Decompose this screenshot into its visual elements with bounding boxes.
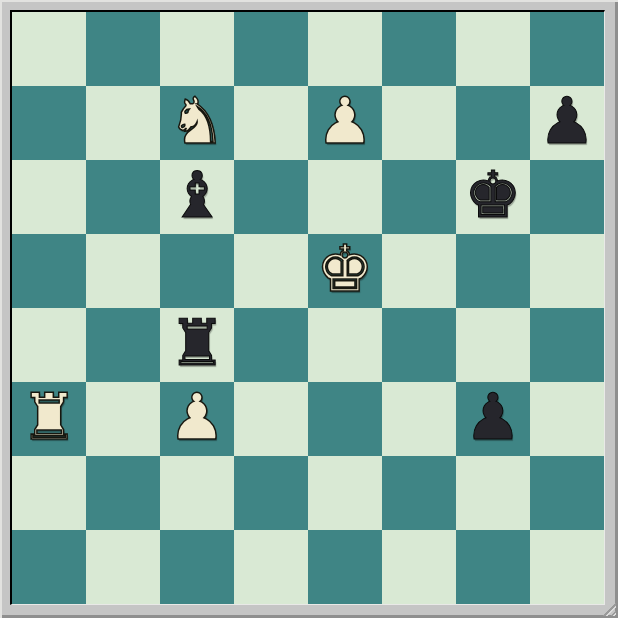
square-h8[interactable] [530, 12, 604, 86]
square-c5[interactable] [160, 234, 234, 308]
square-e8[interactable] [308, 12, 382, 86]
square-f4[interactable] [382, 308, 456, 382]
square-f6[interactable] [382, 160, 456, 234]
square-d7[interactable] [234, 86, 308, 160]
square-b8[interactable] [86, 12, 160, 86]
square-c2[interactable] [160, 456, 234, 530]
square-g8[interactable] [456, 12, 530, 86]
square-d1[interactable] [234, 530, 308, 604]
square-d2[interactable] [234, 456, 308, 530]
square-h5[interactable] [530, 234, 604, 308]
board-frame: ♞♟♟♝♚♚♜♜♟♟ [0, 0, 618, 618]
square-d3[interactable] [234, 382, 308, 456]
square-a2[interactable] [12, 456, 86, 530]
square-b2[interactable] [86, 456, 160, 530]
white-rook[interactable]: ♜ [20, 380, 77, 454]
square-b1[interactable] [86, 530, 160, 604]
square-g2[interactable] [456, 456, 530, 530]
square-g1[interactable] [456, 530, 530, 604]
square-f3[interactable] [382, 382, 456, 456]
square-h1[interactable] [530, 530, 604, 604]
square-f2[interactable] [382, 456, 456, 530]
square-b6[interactable] [86, 160, 160, 234]
white-pawn[interactable]: ♟ [316, 84, 373, 158]
white-king[interactable]: ♚ [316, 232, 373, 306]
square-e3[interactable] [308, 382, 382, 456]
square-f7[interactable] [382, 86, 456, 160]
square-e2[interactable] [308, 456, 382, 530]
square-f8[interactable] [382, 12, 456, 86]
square-d5[interactable] [234, 234, 308, 308]
black-king[interactable]: ♚ [464, 158, 521, 232]
square-b4[interactable] [86, 308, 160, 382]
square-c8[interactable] [160, 12, 234, 86]
square-a8[interactable] [12, 12, 86, 86]
square-g4[interactable] [456, 308, 530, 382]
square-d6[interactable] [234, 160, 308, 234]
square-c6[interactable]: ♝ [160, 160, 234, 234]
square-a6[interactable] [12, 160, 86, 234]
black-bishop[interactable]: ♝ [168, 158, 225, 232]
square-h6[interactable] [530, 160, 604, 234]
square-e5[interactable]: ♚ [308, 234, 382, 308]
black-rook[interactable]: ♜ [168, 306, 225, 380]
square-e1[interactable] [308, 530, 382, 604]
square-e4[interactable] [308, 308, 382, 382]
square-c4[interactable]: ♜ [160, 308, 234, 382]
square-d8[interactable] [234, 12, 308, 86]
square-g7[interactable] [456, 86, 530, 160]
square-e7[interactable]: ♟ [308, 86, 382, 160]
white-knight[interactable]: ♞ [168, 84, 225, 158]
square-f5[interactable] [382, 234, 456, 308]
square-a7[interactable] [12, 86, 86, 160]
square-f1[interactable] [382, 530, 456, 604]
square-b3[interactable] [86, 382, 160, 456]
square-g5[interactable] [456, 234, 530, 308]
white-pawn[interactable]: ♟ [168, 380, 225, 454]
square-a1[interactable] [12, 530, 86, 604]
square-c7[interactable]: ♞ [160, 86, 234, 160]
square-a5[interactable] [12, 234, 86, 308]
square-h4[interactable] [530, 308, 604, 382]
square-c1[interactable] [160, 530, 234, 604]
square-h7[interactable]: ♟ [530, 86, 604, 160]
square-g6[interactable]: ♚ [456, 160, 530, 234]
square-a3[interactable]: ♜ [12, 382, 86, 456]
chess-board: ♞♟♟♝♚♚♜♜♟♟ [10, 10, 605, 605]
black-pawn[interactable]: ♟ [464, 380, 521, 454]
square-e6[interactable] [308, 160, 382, 234]
square-d4[interactable] [234, 308, 308, 382]
square-g3[interactable]: ♟ [456, 382, 530, 456]
square-b7[interactable] [86, 86, 160, 160]
square-c3[interactable]: ♟ [160, 382, 234, 456]
black-pawn[interactable]: ♟ [538, 84, 595, 158]
square-b5[interactable] [86, 234, 160, 308]
square-a4[interactable] [12, 308, 86, 382]
square-h2[interactable] [530, 456, 604, 530]
square-h3[interactable] [530, 382, 604, 456]
